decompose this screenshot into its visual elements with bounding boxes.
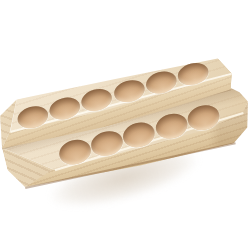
wooden-pit-board — [0, 12, 250, 237]
product-photo — [0, 0, 250, 250]
